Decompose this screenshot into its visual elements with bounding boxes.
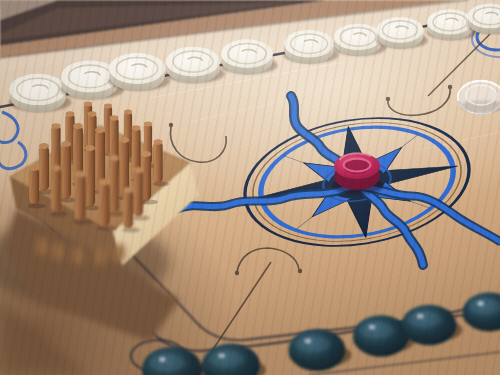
carrom-board-photo — [0, 0, 500, 375]
striker[interactable] — [458, 81, 500, 113]
board-scene — [0, 0, 500, 375]
queen-piece[interactable] — [332, 153, 384, 194]
